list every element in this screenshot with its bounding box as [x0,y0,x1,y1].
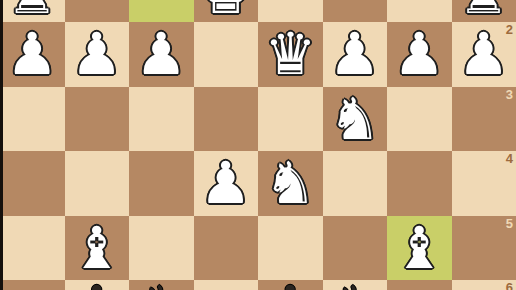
square-h3[interactable] [0,87,65,152]
board-left-edge [0,0,3,290]
square-b5[interactable]: ♝ [387,216,452,281]
square-e2[interactable] [194,22,259,87]
square-f4[interactable] [129,151,194,216]
white-knight-c3[interactable]: ♞ [323,87,388,152]
square-c4[interactable] [323,151,388,216]
black-knight-c6[interactable]: ♞ [323,275,388,290]
white-bishop-b5[interactable]: ♝ [387,216,452,281]
square-d1[interactable] [258,0,323,22]
square-f3[interactable] [129,87,194,152]
white-pawn-g2[interactable]: ♟ [65,22,130,87]
rank-label-3: 3 [506,88,513,101]
square-a4[interactable]: 4 [452,151,516,216]
square-g3[interactable] [65,87,130,152]
square-b6[interactable] [387,280,452,290]
square-g2[interactable]: ♟ [65,22,130,87]
square-d5[interactable] [258,216,323,281]
white-pawn-c2[interactable]: ♟ [323,22,388,87]
square-c3[interactable]: ♞ [323,87,388,152]
square-c1[interactable] [323,0,388,22]
square-e1[interactable]: ♚ [194,0,259,22]
square-a3[interactable]: 3 [452,87,516,152]
square-e3[interactable] [194,87,259,152]
square-h1[interactable]: ♜ [0,0,65,22]
square-b1[interactable] [387,0,452,22]
square-g4[interactable] [65,151,130,216]
white-queen-d2[interactable]: ♛ [258,22,323,87]
square-g6[interactable]: ♝ [65,280,130,290]
square-b4[interactable] [387,151,452,216]
square-c5[interactable] [323,216,388,281]
square-g1[interactable] [65,0,130,22]
square-d2[interactable]: ♛ [258,22,323,87]
square-e6[interactable] [194,280,259,290]
black-bishop-g6[interactable]: ♝ [65,275,130,290]
square-d4[interactable]: ♞ [258,151,323,216]
square-g5[interactable]: ♝ [65,216,130,281]
square-f6[interactable]: ♞ [129,280,194,290]
square-h6[interactable] [0,280,65,290]
rank-label-5: 5 [506,217,513,230]
square-h5[interactable] [0,216,65,281]
square-b3[interactable] [387,87,452,152]
white-pawn-f2[interactable]: ♟ [129,22,194,87]
rank-label-6: 6 [506,281,513,290]
square-d3[interactable] [258,87,323,152]
square-a1[interactable]: ♜ [452,0,516,22]
square-c6[interactable]: ♞ [323,280,388,290]
square-f5[interactable] [129,216,194,281]
square-h4[interactable] [0,151,65,216]
white-pawn-a2[interactable]: ♟ [452,22,516,87]
square-h2[interactable]: ♟ [0,22,65,87]
rank-label-4: 4 [506,152,513,165]
square-a6[interactable]: 6 [452,280,516,290]
white-knight-d4[interactable]: ♞ [258,151,323,216]
square-f1[interactable] [129,0,194,22]
white-pawn-e4[interactable]: ♟ [194,151,259,216]
black-knight-f6[interactable]: ♞ [129,275,194,290]
square-c2[interactable]: ♟ [323,22,388,87]
square-f2[interactable]: ♟ [129,22,194,87]
board-viewport: ♜♚♜♟♟♟♛♟♟2♟♞3♟♞4♝♝5♝♞♝♞6 [0,0,516,290]
square-e4[interactable]: ♟ [194,151,259,216]
square-d6[interactable]: ♝ [258,280,323,290]
square-b2[interactable]: ♟ [387,22,452,87]
square-a5[interactable]: 5 [452,216,516,281]
black-bishop-d6[interactable]: ♝ [258,275,323,290]
square-e5[interactable] [194,216,259,281]
white-pawn-b2[interactable]: ♟ [387,22,452,87]
square-a2[interactable]: 2♟ [452,22,516,87]
chess-board[interactable]: ♜♚♜♟♟♟♛♟♟2♟♞3♟♞4♝♝5♝♞♝♞6 [0,0,516,290]
white-pawn-h2[interactable]: ♟ [0,22,65,87]
white-bishop-g5[interactable]: ♝ [65,216,130,281]
